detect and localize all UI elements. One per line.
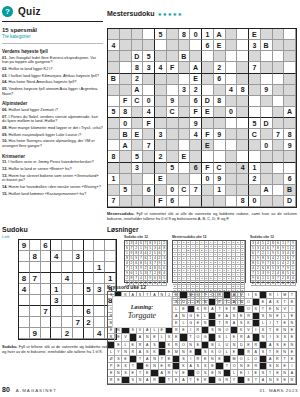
mestersudoku-cell[interactable] [237,74,249,85]
mestersudoku-cell[interactable] [179,174,191,185]
sudoku-cell[interactable] [30,262,41,273]
sudoku-cell[interactable] [41,328,52,339]
mestersudoku-cell[interactable]: 9 [284,140,296,151]
mestersudoku-cell[interactable]: 1 [202,29,214,40]
mestersudoku-cell[interactable] [179,40,191,51]
mestersudoku-cell[interactable] [155,185,167,196]
mestersudoku-cell[interactable]: 8 [120,107,132,118]
mestersudoku-cell[interactable]: 8 [214,96,226,107]
mestersudoku-cell[interactable]: 0 [202,174,214,185]
mestersudoku-cell[interactable] [120,74,132,85]
sudoku-cell[interactable] [94,251,105,262]
mestersudoku-cell[interactable]: 6 [190,96,202,107]
sudoku-cell[interactable] [105,262,116,273]
mestersudoku-cell[interactable] [273,163,285,174]
sudoku-cell[interactable] [94,306,105,317]
mestersudoku-cell[interactable]: 5 [167,163,179,174]
sudoku-cell[interactable]: 5 [84,284,95,295]
mestersudoku-cell[interactable] [284,151,296,162]
mestersudoku-cell[interactable]: 7 [143,140,155,151]
mestersudoku-cell[interactable] [226,185,238,196]
mestersudoku-cell[interactable]: 4 [190,129,202,140]
mestersudoku-cell[interactable]: 8 [179,29,191,40]
mestersudoku-cell[interactable] [167,174,179,185]
mestersudoku-cell[interactable]: D [284,196,296,207]
mestersudoku-cell[interactable]: 0 [261,140,273,151]
mestersudoku-cell[interactable] [120,163,132,174]
mestersudoku-cell[interactable]: 0 [167,185,179,196]
mestersudoku-cell[interactable] [237,51,249,62]
mestersudoku-cell[interactable] [167,85,179,96]
mestersudoku-cell[interactable] [284,96,296,107]
mestersudoku-cell[interactable] [273,140,285,151]
mestersudoku-cell[interactable]: 4 [237,163,249,174]
mestersudoku-cell[interactable] [120,29,132,40]
sudoku-cell[interactable] [73,262,84,273]
mestersudoku-cell[interactable]: F [202,163,214,174]
mestersudoku-cell[interactable] [237,62,249,73]
mestersudoku-cell[interactable] [226,51,238,62]
mestersudoku-cell[interactable] [226,40,238,51]
mestersudoku-cell[interactable] [190,40,202,51]
sudoku-cell[interactable] [62,262,73,273]
mestersudoku-cell[interactable] [132,196,144,207]
mestersudoku-cell[interactable]: 3 [132,163,144,174]
sudoku-cell[interactable]: 2 [62,328,73,339]
mestersudoku-cell[interactable]: C [214,163,226,174]
mestersudoku-cell[interactable] [249,185,261,196]
mestersudoku-cell[interactable]: 7 [190,185,202,196]
mestersudoku-cell[interactable]: 7 [249,62,261,73]
mestersudoku-cell[interactable] [108,140,120,151]
mestersudoku-cell[interactable] [132,107,144,118]
mestersudoku-cell[interactable] [226,118,238,129]
sudoku-cell[interactable]: 4 [94,328,105,339]
mestersudoku-cell[interactable] [273,196,285,207]
sudoku-cell[interactable]: 6 [41,240,52,251]
sudoku-cell[interactable] [19,262,30,273]
sudoku-cell[interactable] [73,273,84,284]
mestersudoku-cell[interactable] [261,163,273,174]
mestersudoku-cell[interactable] [143,196,155,207]
mestersudoku-cell[interactable]: 4 [108,40,120,51]
mestersudoku-cell[interactable]: 9 [214,129,226,140]
sudoku-cell[interactable] [62,317,73,328]
mestersudoku-cell[interactable] [202,51,214,62]
mestersudoku-cell[interactable] [108,96,120,107]
sudoku-cell[interactable] [30,240,41,251]
mestersudoku-cell[interactable] [108,129,120,140]
mestersudoku-cell[interactable]: F [155,196,167,207]
mestersudoku-cell[interactable] [226,151,238,162]
mestersudoku-cell[interactable] [284,74,296,85]
sudoku-cell[interactable]: 8 [19,273,30,284]
mestersudoku-cell[interactable] [120,174,132,185]
mestersudoku-cell[interactable] [108,185,120,196]
mestersudoku-cell[interactable] [143,85,155,96]
mestersudoku-cell[interactable] [237,174,249,185]
mestersudoku-cell[interactable] [132,29,144,40]
mestersudoku-cell[interactable]: 0 [143,96,155,107]
mestersudoku-cell[interactable] [190,174,202,185]
mestersudoku-cell[interactable]: B [108,74,120,85]
mestersudoku-cell[interactable]: 1 [108,174,120,185]
mestersudoku-cell[interactable]: D [132,51,144,62]
sudoku-cell[interactable]: 4 [51,251,62,262]
mestersudoku-cell[interactable] [155,163,167,174]
mestersudoku-cell[interactable]: E [202,140,214,151]
mestersudoku-cell[interactable] [273,174,285,185]
mestersudoku-cell[interactable]: 2 [155,151,167,162]
mestersudoku-cell[interactable] [179,163,191,174]
mestersudoku-cell[interactable] [179,96,191,107]
mestersudoku-cell[interactable]: 0 [120,118,132,129]
sudoku-cell[interactable] [19,306,30,317]
mestersudoku-cell[interactable]: F [120,96,132,107]
mestersudoku-cell[interactable] [226,196,238,207]
mestersudoku-cell[interactable] [108,163,120,174]
mestersudoku-cell[interactable] [143,163,155,174]
mestersudoku-cell[interactable]: A [132,85,144,96]
mestersudoku-cell[interactable]: E [202,107,214,118]
mestersudoku-cell[interactable] [226,74,238,85]
mestersudoku-cell[interactable]: 2 [190,85,202,96]
mestersudoku-cell[interactable] [261,74,273,85]
mestersudoku-cell[interactable] [249,151,261,162]
mestersudoku-cell[interactable] [167,118,179,129]
mestersudoku-cell[interactable]: B [179,51,191,62]
mestersudoku-cell[interactable] [202,74,214,85]
mestersudoku-cell[interactable] [143,151,155,162]
sudoku-cell[interactable]: 3 [73,251,84,262]
mestersudoku-cell[interactable]: A [214,29,226,40]
mestersudoku-cell[interactable] [108,51,120,62]
mestersudoku-cell[interactable] [202,62,214,73]
mestersudoku-cell[interactable] [167,29,179,40]
mestersudoku-cell[interactable]: 9 [214,174,226,185]
sudoku-cell[interactable] [94,273,105,284]
mestersudoku-cell[interactable] [167,74,179,85]
mestersudoku-cell[interactable]: C [249,129,261,140]
mestersudoku-cell[interactable] [179,74,191,85]
mestersudoku-cell[interactable] [284,29,296,40]
sudoku-cell[interactable]: 6 [84,306,95,317]
mestersudoku-cell[interactable]: E [190,74,202,85]
mestersudoku-cell[interactable]: A [190,62,202,73]
mestersudoku-cell[interactable] [226,129,238,140]
mestersudoku-cell[interactable] [179,196,191,207]
mestersudoku-cell[interactable]: F [167,62,179,73]
mestersudoku-cell[interactable]: 5 [108,107,120,118]
mestersudoku-cell[interactable]: 6 [214,74,226,85]
mestersudoku-cell[interactable]: 0 [249,196,261,207]
sudoku-cell[interactable] [30,295,41,306]
mestersudoku-cell[interactable] [226,96,238,107]
mestersudoku-cell[interactable] [155,74,167,85]
mestersudoku-cell[interactable] [284,163,296,174]
mestersudoku-cell[interactable] [261,29,273,40]
mestersudoku-cell[interactable] [261,107,273,118]
mestersudoku-cell[interactable]: F [202,129,214,140]
sudoku-cell[interactable] [94,317,105,328]
sudoku-cell[interactable] [19,317,30,328]
mestersudoku-cell[interactable] [226,174,238,185]
mestersudoku-grid[interactable]: 5801AE46E3BD5B834FA27B2E6A32489FC096D858… [107,28,297,208]
mestersudoku-cell[interactable] [167,51,179,62]
mestersudoku-cell[interactable] [273,118,285,129]
mestersudoku-cell[interactable]: 5 [132,151,144,162]
sudoku-cell[interactable] [73,306,84,317]
mestersudoku-cell[interactable] [202,151,214,162]
mestersudoku-cell[interactable] [261,51,273,62]
mestersudoku-cell[interactable]: A [284,107,296,118]
mestersudoku-cell[interactable] [214,140,226,151]
mestersudoku-cell[interactable] [155,85,167,96]
mestersudoku-cell[interactable]: 2 [132,74,144,85]
mestersudoku-cell[interactable] [120,40,132,51]
mestersudoku-cell[interactable] [249,96,261,107]
mestersudoku-cell[interactable] [202,185,214,196]
mestersudoku-cell[interactable] [132,40,144,51]
mestersudoku-cell[interactable] [214,196,226,207]
sudoku-cell[interactable]: 9 [19,240,30,251]
sudoku-cell[interactable] [73,328,84,339]
mestersudoku-cell[interactable] [249,140,261,151]
sudoku-cell[interactable]: 4 [62,273,73,284]
mestersudoku-cell[interactable]: E [249,29,261,40]
mestersudoku-cell[interactable]: 8 [132,62,144,73]
mestersudoku-cell[interactable] [237,29,249,40]
mestersudoku-cell[interactable]: 3 [249,40,261,51]
mestersudoku-cell[interactable] [190,151,202,162]
mestersudoku-cell[interactable]: 0 [226,107,238,118]
mestersudoku-cell[interactable] [284,51,296,62]
sudoku-cell[interactable] [62,284,73,295]
mestersudoku-cell[interactable]: B [284,185,296,196]
mestersudoku-cell[interactable] [155,96,167,107]
mestersudoku-cell[interactable]: 2 [249,174,261,185]
mestersudoku-cell[interactable]: E [155,174,167,185]
sudoku-cell[interactable] [51,262,62,273]
mestersudoku-cell[interactable] [284,62,296,73]
sudoku-cell[interactable] [19,328,30,339]
mestersudoku-cell[interactable]: 9 [261,85,273,96]
mestersudoku-cell[interactable] [214,85,226,96]
mestersudoku-cell[interactable]: 4 [155,62,167,73]
sudoku-cell[interactable] [94,295,105,306]
sudoku-cell[interactable]: 1 [105,273,116,284]
mestersudoku-cell[interactable] [120,62,132,73]
mestersudoku-cell[interactable]: 5 [155,29,167,40]
sudoku-cell[interactable]: 7 [41,306,52,317]
mestersudoku-cell[interactable] [132,174,144,185]
sudoku-cell[interactable] [41,284,52,295]
mestersudoku-cell[interactable]: E [179,151,191,162]
mestersudoku-cell[interactable]: 8 [284,129,296,140]
sudoku-cell[interactable] [84,273,95,284]
mestersudoku-cell[interactable]: 0 [190,29,202,40]
mestersudoku-cell[interactable]: 4 [226,85,238,96]
mestersudoku-cell[interactable]: 9 [190,118,202,129]
sudoku-cell[interactable] [41,317,52,328]
mestersudoku-cell[interactable] [237,96,249,107]
sudoku-cell[interactable] [30,306,41,317]
sudoku-cell[interactable] [30,317,41,328]
mestersudoku-cell[interactable] [202,196,214,207]
mestersudoku-cell[interactable] [132,118,144,129]
mestersudoku-cell[interactable] [190,140,202,151]
sudoku-cell[interactable] [19,295,30,306]
sudoku-cell[interactable] [73,295,84,306]
mestersudoku-cell[interactable] [167,151,179,162]
mestersudoku-cell[interactable] [226,29,238,40]
mestersudoku-cell[interactable] [261,129,273,140]
mestersudoku-cell[interactable]: 6 [202,40,214,51]
sudoku-cell[interactable] [51,306,62,317]
mestersudoku-cell[interactable] [273,185,285,196]
mestersudoku-cell[interactable]: 8 [108,151,120,162]
mestersudoku-cell[interactable] [190,51,202,62]
mestersudoku-cell[interactable] [155,107,167,118]
sudoku-cell[interactable]: 9 [30,328,41,339]
sudoku-cell[interactable] [41,273,52,284]
mestersudoku-cell[interactable]: A [120,140,132,151]
sudoku-cell[interactable] [105,251,116,262]
mestersudoku-cell[interactable] [167,129,179,140]
mestersudoku-cell[interactable]: 3 [143,62,155,73]
mestersudoku-cell[interactable]: 3 [179,85,191,96]
mestersudoku-cell[interactable] [261,196,273,207]
mestersudoku-cell[interactable]: F [190,107,202,118]
mestersudoku-cell[interactable]: 7 [108,196,120,207]
mestersudoku-cell[interactable]: A [261,185,273,196]
mestersudoku-cell[interactable] [214,107,226,118]
mestersudoku-cell[interactable] [120,196,132,207]
mestersudoku-cell[interactable] [167,140,179,151]
mestersudoku-cell[interactable] [261,151,273,162]
mestersudoku-cell[interactable]: E [214,40,226,51]
mestersudoku-cell[interactable] [132,140,144,151]
mestersudoku-cell[interactable] [237,118,249,129]
mestersudoku-cell[interactable]: C [179,185,191,196]
sudoku-cell[interactable] [84,240,95,251]
mestersudoku-cell[interactable] [190,196,202,207]
sudoku-cell[interactable] [51,240,62,251]
sudoku-cell[interactable] [84,262,95,273]
sudoku-cell[interactable] [84,251,95,262]
mestersudoku-cell[interactable] [143,129,155,140]
mestersudoku-cell[interactable] [273,40,285,51]
sudoku-cell[interactable]: 1 [94,262,105,273]
sudoku-cell[interactable] [84,295,95,306]
mestersudoku-cell[interactable] [120,151,132,162]
sudoku-cell[interactable] [62,295,73,306]
mestersudoku-cell[interactable] [249,107,261,118]
sudoku-cell[interactable] [73,284,84,295]
mestersudoku-cell[interactable] [261,96,273,107]
mestersudoku-cell[interactable]: 4 [143,107,155,118]
mestersudoku-cell[interactable] [202,118,214,129]
mestersudoku-cell[interactable] [226,163,238,174]
mestersudoku-cell[interactable] [155,140,167,151]
mestersudoku-cell[interactable]: 5 [249,118,261,129]
mestersudoku-cell[interactable]: 1 [249,163,261,174]
mestersudoku-cell[interactable]: B [261,40,273,51]
mestersudoku-cell[interactable]: 8 [237,85,249,96]
mestersudoku-cell[interactable] [155,51,167,62]
mestersudoku-cell[interactable]: 5 [143,51,155,62]
mestersudoku-cell[interactable] [237,129,249,140]
sudoku-cell[interactable] [51,328,62,339]
mestersudoku-cell[interactable] [237,151,249,162]
mestersudoku-cell[interactable] [143,74,155,85]
mestersudoku-cell[interactable] [179,118,191,129]
sudoku-cell[interactable] [105,240,116,251]
mestersudoku-cell[interactable] [273,151,285,162]
mestersudoku-cell[interactable] [143,40,155,51]
sudoku-cell[interactable] [51,273,62,284]
mestersudoku-cell[interactable] [179,107,191,118]
mestersudoku-cell[interactable] [155,40,167,51]
mestersudoku-cell[interactable] [108,62,120,73]
mestersudoku-cell[interactable]: 3 [155,129,167,140]
mestersudoku-cell[interactable]: C [167,107,179,118]
mestersudoku-cell[interactable] [273,85,285,96]
sudoku-cell[interactable]: 3 [51,295,62,306]
mestersudoku-cell[interactable] [214,151,226,162]
sudoku-cell[interactable]: 3 [94,284,105,295]
sudoku-cell[interactable] [30,284,41,295]
mestersudoku-cell[interactable]: B [120,129,132,140]
mestersudoku-cell[interactable]: 2 [214,62,226,73]
mestersudoku-cell[interactable]: 9 [167,96,179,107]
mestersudoku-cell[interactable] [249,74,261,85]
mestersudoku-cell[interactable] [273,51,285,62]
mestersudoku-cell[interactable] [179,140,191,151]
mestersudoku-cell[interactable]: D [261,118,273,129]
mestersudoku-cell[interactable] [108,29,120,40]
mestersudoku-cell[interactable]: 1 [214,185,226,196]
mestersudoku-cell[interactable] [249,51,261,62]
mestersudoku-cell[interactable] [284,85,296,96]
mestersudoku-cell[interactable]: 6 [284,174,296,185]
mestersudoku-cell[interactable]: 7 [273,129,285,140]
sudoku-grid[interactable]: 968431874141539387672924 [18,239,117,340]
sudoku-cell[interactable] [41,295,52,306]
mestersudoku-cell[interactable] [273,74,285,85]
sudoku-cell[interactable]: 2 [84,317,95,328]
mestersudoku-cell[interactable]: 6 [190,163,202,174]
mestersudoku-cell[interactable] [179,62,191,73]
mestersudoku-cell[interactable] [273,107,285,118]
mestersudoku-cell[interactable] [237,185,249,196]
mestersudoku-cell[interactable] [226,62,238,73]
sudoku-cell[interactable] [84,328,95,339]
mestersudoku-cell[interactable]: D [202,96,214,107]
sudoku-cell[interactable]: 4 [19,284,30,295]
mestersudoku-cell[interactable] [237,140,249,151]
mestersudoku-cell[interactable]: 8 [237,196,249,207]
mestersudoku-cell[interactable] [237,40,249,51]
sudoku-cell[interactable]: 7 [30,273,41,284]
sudoku-cell[interactable] [62,240,73,251]
mestersudoku-cell[interactable]: C [132,96,144,107]
mestersudoku-cell[interactable] [167,40,179,51]
sudoku-cell[interactable] [62,251,73,262]
mestersudoku-cell[interactable] [273,29,285,40]
mestersudoku-cell[interactable]: 6 [167,196,179,207]
mestersudoku-cell[interactable] [155,118,167,129]
